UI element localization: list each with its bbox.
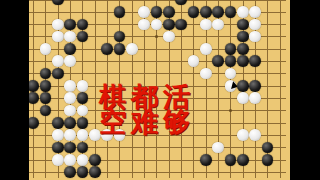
board-cell[interactable] [274,92,286,104]
board-cell[interactable] [261,43,273,55]
board-cell[interactable] [76,6,88,18]
board-cell[interactable] [76,80,88,92]
board-cell[interactable] [150,55,162,67]
black-stone [114,31,126,43]
black-stone [225,6,237,18]
board-cell[interactable] [163,43,175,55]
board-cell[interactable] [76,129,88,141]
board-cell[interactable] [274,104,286,116]
black-stone [101,43,113,55]
black-stone [89,166,101,178]
white-stone [200,19,212,31]
board-cell[interactable] [212,92,224,104]
board-cell[interactable] [224,104,236,116]
board-cell[interactable] [187,30,199,42]
board-cell[interactable] [249,154,261,166]
black-stone [77,117,89,129]
board-cell[interactable] [200,117,212,129]
board-cell[interactable] [76,43,88,55]
board-cell[interactable] [126,141,138,153]
board-cell[interactable] [52,80,64,92]
black-stone [77,142,89,154]
board-cell[interactable] [224,43,236,55]
board-cell[interactable] [76,55,88,67]
black-stone [225,154,237,166]
board-cell[interactable] [224,30,236,42]
board-cell[interactable] [52,43,64,55]
board-cell[interactable] [200,129,212,141]
board-cell[interactable] [249,104,261,116]
board-cell[interactable] [52,117,64,129]
board-cell[interactable] [249,55,261,67]
board-cell[interactable] [175,6,187,18]
board-cell[interactable] [200,43,212,55]
board-cell[interactable] [249,129,261,141]
white-stone [225,80,237,92]
board-cell[interactable] [89,30,101,42]
board-cell[interactable] [200,166,212,178]
board-cell[interactable] [274,129,286,141]
board-cell[interactable] [113,55,125,67]
board-cell[interactable] [212,104,224,116]
board-cell[interactable] [163,6,175,18]
board-cell[interactable] [52,166,64,178]
board-cell[interactable] [89,141,101,153]
black-stone [188,6,200,18]
black-stone [175,0,187,5]
board-cell[interactable] [237,80,249,92]
board-cell[interactable] [249,30,261,42]
board-cell[interactable] [126,67,138,79]
board-cell[interactable] [89,154,101,166]
board-cell[interactable] [237,6,249,18]
board-cell[interactable] [29,141,39,153]
board-cell[interactable] [52,129,64,141]
board-cell[interactable] [39,104,51,116]
board-cell[interactable] [237,166,249,178]
board-cell[interactable] [224,92,236,104]
board-cell[interactable] [39,30,51,42]
board-cell[interactable] [113,141,125,153]
board-cell[interactable] [29,104,39,116]
go-board[interactable]: 棋都活空难够 [29,0,290,180]
white-stone [77,105,89,117]
board-cell[interactable] [64,141,76,153]
board-cell[interactable] [101,67,113,79]
board-cell[interactable] [163,154,175,166]
board-cell[interactable] [52,55,64,67]
board-cell[interactable] [212,117,224,129]
board-cell[interactable] [52,154,64,166]
caption-line-2: 空难够 [99,109,195,134]
board-cell[interactable] [212,154,224,166]
board-cell[interactable] [29,166,39,178]
board-cell[interactable] [237,55,249,67]
board-cell[interactable] [89,43,101,55]
board-cell[interactable] [138,154,150,166]
board-cell[interactable] [89,55,101,67]
white-stone [249,31,261,43]
board-cell[interactable] [274,43,286,55]
board-cell[interactable] [64,67,76,79]
board-cell[interactable] [249,43,261,55]
board-cell[interactable] [224,18,236,30]
board-cell[interactable] [113,30,125,42]
board-cell[interactable] [261,6,273,18]
black-stone [237,43,249,55]
board-cell[interactable] [150,18,162,30]
board-cell[interactable] [175,43,187,55]
board-cell[interactable] [274,6,286,18]
board-cell[interactable] [249,141,261,153]
board-cell[interactable] [138,30,150,42]
board-cell[interactable] [175,154,187,166]
board-cell[interactable] [175,141,187,153]
board-cell[interactable] [64,80,76,92]
board-cell[interactable] [64,129,76,141]
board-cell[interactable] [64,92,76,104]
board-cell[interactable] [101,43,113,55]
letterbox-bar-right [290,0,320,180]
board-cell[interactable] [76,141,88,153]
board-cell[interactable] [29,6,39,18]
board-cell[interactable] [187,154,199,166]
board-cell[interactable] [126,30,138,42]
board-cell[interactable] [52,104,64,116]
board-cell[interactable] [29,18,39,30]
board-cell[interactable] [261,129,273,141]
board-cell[interactable] [249,18,261,30]
white-stone [249,129,261,141]
board-cell[interactable] [138,55,150,67]
board-cell[interactable] [249,117,261,129]
board-cell[interactable] [187,18,199,30]
board-cell[interactable] [224,80,236,92]
board-cell[interactable] [274,154,286,166]
video-frame: 棋都活空难够 [0,0,320,180]
board-cell[interactable] [224,141,236,153]
board-cell[interactable] [175,18,187,30]
board-cell[interactable] [52,30,64,42]
board-cell[interactable] [29,67,39,79]
white-stone [77,80,89,92]
board-cell[interactable] [150,67,162,79]
white-stone [52,19,64,31]
board-cell[interactable] [274,166,286,178]
board-cell[interactable] [29,30,39,42]
board-cell[interactable] [126,154,138,166]
black-stone [151,6,163,18]
black-stone [40,68,52,80]
board-cell[interactable] [29,117,39,129]
star-point [155,35,158,38]
board-cell[interactable] [200,18,212,30]
board-cell[interactable] [163,141,175,153]
board-cell[interactable] [261,117,273,129]
board-cell[interactable] [163,55,175,67]
board-cell[interactable] [237,67,249,79]
white-stone [40,43,52,55]
board-cell[interactable] [76,117,88,129]
board-cell[interactable] [237,92,249,104]
board-cell[interactable] [64,154,76,166]
board-cell[interactable] [200,30,212,42]
black-stone [29,92,39,104]
board-cell[interactable] [200,92,212,104]
board-cell[interactable] [126,43,138,55]
board-cell[interactable] [89,6,101,18]
board-cell[interactable] [39,92,51,104]
board-cell[interactable] [249,6,261,18]
board-cell[interactable] [175,166,187,178]
board-cell[interactable] [39,6,51,18]
board-cell[interactable] [76,67,88,79]
board-cell[interactable] [113,6,125,18]
board-cell[interactable] [163,166,175,178]
board-cell[interactable] [64,30,76,42]
board-cell[interactable] [39,67,51,79]
board-cell[interactable] [187,43,199,55]
white-stone [64,55,76,67]
board-cell[interactable] [29,154,39,166]
board-cell[interactable] [274,18,286,30]
board-cell[interactable] [101,55,113,67]
board-cell[interactable] [126,18,138,30]
board-cell[interactable] [187,166,199,178]
board-cell[interactable] [224,154,236,166]
black-stone [77,31,89,43]
board-cell[interactable] [261,55,273,67]
board-cell[interactable] [138,141,150,153]
black-stone [237,55,249,67]
board-cell[interactable] [175,30,187,42]
board-cell[interactable] [89,166,101,178]
board-cell[interactable] [138,67,150,79]
board-cell[interactable] [89,67,101,79]
board-cell[interactable] [113,18,125,30]
board-cell[interactable] [274,55,286,67]
board-cell[interactable] [39,18,51,30]
board-cell[interactable] [237,117,249,129]
board-cell[interactable] [52,6,64,18]
board-cell[interactable] [39,154,51,166]
board-cell[interactable] [150,6,162,18]
white-stone [163,31,175,43]
black-stone [40,80,52,92]
board-cell[interactable] [200,67,212,79]
board-cell[interactable] [212,129,224,141]
board-cell[interactable] [101,166,113,178]
board-cell[interactable] [224,166,236,178]
board-cell[interactable] [261,30,273,42]
board-cell[interactable] [126,55,138,67]
black-stone [163,19,175,31]
board-cell[interactable] [76,104,88,116]
board-cell[interactable] [212,6,224,18]
board-cell[interactable] [64,166,76,178]
board-cell[interactable] [52,141,64,153]
board-cell[interactable] [76,18,88,30]
board-cell[interactable] [274,80,286,92]
board-cell[interactable] [29,55,39,67]
board-cell[interactable] [39,166,51,178]
board-cell[interactable] [175,55,187,67]
board-cell[interactable] [163,30,175,42]
board-cell[interactable] [261,80,273,92]
board-cell[interactable] [237,43,249,55]
white-stone [64,129,76,141]
board-cell[interactable] [187,141,199,153]
board-cell[interactable] [101,154,113,166]
board-cell[interactable] [237,154,249,166]
board-cell[interactable] [126,6,138,18]
board-cell[interactable] [138,43,150,55]
board-cell[interactable] [249,80,261,92]
white-stone [138,19,150,31]
board-cell[interactable] [113,67,125,79]
board-cell[interactable] [52,18,64,30]
board-cell[interactable] [163,67,175,79]
board-cell[interactable] [200,104,212,116]
board-cell[interactable] [138,6,150,18]
board-cell[interactable] [64,104,76,116]
white-stone [52,154,64,166]
board-cell[interactable] [39,80,51,92]
black-stone [29,117,39,129]
white-stone [64,105,76,117]
board-cell[interactable] [76,30,88,42]
board-cell[interactable] [200,6,212,18]
board-cell[interactable] [113,154,125,166]
board-cell[interactable] [150,166,162,178]
board-cell[interactable] [113,43,125,55]
board-cell[interactable] [150,154,162,166]
board-cell[interactable] [101,30,113,42]
board-cell[interactable] [237,141,249,153]
board-cell[interactable] [274,30,286,42]
board-cell[interactable] [237,104,249,116]
board-cell[interactable] [261,141,273,153]
white-stone [64,31,76,43]
board-cell[interactable] [212,67,224,79]
white-stone [52,31,64,43]
board-cell[interactable] [64,55,76,67]
board-cell[interactable] [101,141,113,153]
board-cell[interactable] [29,43,39,55]
board-cell[interactable] [150,43,162,55]
board-cell[interactable] [101,6,113,18]
board-cell[interactable] [64,18,76,30]
board-cell[interactable] [261,92,273,104]
board-cell[interactable] [138,166,150,178]
board-cell[interactable] [89,18,101,30]
board-cell[interactable] [101,18,113,30]
board-cell[interactable] [237,30,249,42]
board-cell[interactable] [261,154,273,166]
board-cell[interactable] [113,166,125,178]
board-cell[interactable] [39,129,51,141]
board-cell[interactable] [39,55,51,67]
board-cell[interactable] [249,92,261,104]
board-cell[interactable] [274,141,286,153]
board-cell[interactable] [39,117,51,129]
board-cell[interactable] [29,92,39,104]
board-cell[interactable] [150,30,162,42]
board-cell[interactable] [212,18,224,30]
board-cell[interactable] [76,166,88,178]
board-cell[interactable] [187,55,199,67]
board-cell[interactable] [237,18,249,30]
board-cell[interactable] [212,166,224,178]
black-stone [64,142,76,154]
board-cell[interactable] [138,18,150,30]
board-cell[interactable] [224,55,236,67]
board-cell[interactable] [76,92,88,104]
board-cell[interactable] [64,117,76,129]
board-cell[interactable] [76,154,88,166]
board-cell[interactable] [200,55,212,67]
board-cell[interactable] [39,141,51,153]
white-stone [212,19,224,31]
board-cell[interactable] [224,129,236,141]
board-cell[interactable] [274,67,286,79]
board-cell[interactable] [274,117,286,129]
board-cell[interactable] [212,55,224,67]
board-cell[interactable] [224,117,236,129]
board-cell[interactable] [126,166,138,178]
board-cell[interactable] [200,141,212,153]
board-cell[interactable] [261,18,273,30]
black-stone [89,154,101,166]
white-stone [64,92,76,104]
board-cell[interactable] [261,166,273,178]
board-cell[interactable] [64,6,76,18]
black-stone [114,43,126,55]
board-cell[interactable] [224,6,236,18]
black-stone [114,6,126,18]
board-cell[interactable] [212,141,224,153]
board-cell[interactable] [52,67,64,79]
board-cell[interactable] [52,92,64,104]
board-cell[interactable] [175,67,187,79]
board-cell[interactable] [261,104,273,116]
board-cell[interactable] [261,67,273,79]
board-cell[interactable] [237,129,249,141]
black-stone [212,6,224,18]
board-cell[interactable] [249,166,261,178]
letterbox-bar-left [0,0,29,180]
board-cell[interactable] [29,129,39,141]
board-cell[interactable] [163,18,175,30]
black-stone [200,154,212,166]
board-cell[interactable] [29,80,39,92]
board-cell[interactable] [212,43,224,55]
board-cell[interactable] [187,6,199,18]
board-cell[interactable] [64,43,76,55]
board-cell[interactable] [212,30,224,42]
board-cell[interactable] [212,80,224,92]
board-cell[interactable] [39,43,51,55]
black-stone [40,92,52,104]
white-stone [151,19,163,31]
caption-overlay: 棋都活空难够 [99,84,195,134]
board-cell[interactable] [200,154,212,166]
board-cell[interactable] [187,67,199,79]
board-cell[interactable] [224,67,236,79]
board-cell[interactable] [249,67,261,79]
board-cell[interactable] [200,80,212,92]
board-cell[interactable] [150,141,162,153]
